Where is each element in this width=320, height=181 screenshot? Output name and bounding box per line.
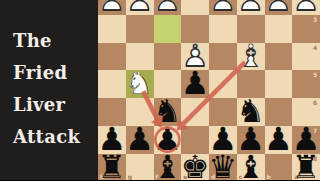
title-line-1: The bbox=[13, 25, 94, 57]
square-h4[interactable] bbox=[98, 43, 126, 71]
piece-white-pawn-f2[interactable]: ♟♙ bbox=[154, 0, 182, 15]
rank-label-4: 4 bbox=[313, 45, 317, 51]
piece-black-pawn-e5[interactable]: ♟ bbox=[181, 70, 209, 98]
square-e2[interactable] bbox=[181, 0, 209, 15]
square-d5[interactable] bbox=[209, 70, 237, 98]
piece-black-king-e8[interactable]: ♚ bbox=[181, 154, 209, 181]
rank-label-6: 6 bbox=[313, 100, 317, 106]
piece-white-pawn-b2[interactable]: ♟♙ bbox=[265, 0, 293, 15]
title-line-4: Attack bbox=[13, 121, 94, 153]
square-b4[interactable] bbox=[265, 43, 293, 71]
piece-white-bishop-c4[interactable]: ♝♗ bbox=[237, 43, 265, 71]
piece-black-rook-a8[interactable]: ♜ bbox=[292, 154, 320, 181]
square-f4[interactable] bbox=[154, 43, 182, 71]
piece-white-knight-g5[interactable]: ♞♘ bbox=[126, 70, 154, 98]
piece-black-rook-h8[interactable]: ♜ bbox=[98, 154, 126, 181]
thumbnail-canvas: The Fried Liver Attack 345678hgfedcba♟♙♟… bbox=[0, 0, 320, 180]
title-line-3: Liver bbox=[13, 89, 94, 121]
file-label-b: b bbox=[267, 174, 271, 180]
square-d4[interactable] bbox=[209, 43, 237, 71]
piece-black-queen-d8[interactable]: ♛ bbox=[209, 154, 237, 181]
piece-white-pawn-g2[interactable]: ♟♙ bbox=[126, 0, 154, 15]
file-label-g: g bbox=[128, 174, 132, 180]
piece-black-bishop-f8[interactable]: ♝ bbox=[154, 154, 182, 181]
title-panel: The Fried Liver Attack bbox=[0, 0, 98, 180]
piece-black-bishop-c8[interactable]: ♝ bbox=[237, 154, 265, 181]
piece-white-pawn-h2[interactable]: ♟♙ bbox=[98, 0, 126, 15]
piece-white-pawn-a2[interactable]: ♟♙ bbox=[292, 0, 320, 15]
piece-white-pawn-d2[interactable]: ♟♙ bbox=[209, 0, 237, 15]
square-h5[interactable] bbox=[98, 70, 126, 98]
piece-white-pawn-c2[interactable]: ♟♙ bbox=[237, 0, 265, 15]
title-line-2: Fried bbox=[13, 57, 94, 89]
piece-black-pawn-g7[interactable]: ♟ bbox=[126, 126, 154, 154]
piece-black-pawn-b7[interactable]: ♟ bbox=[265, 126, 293, 154]
square-b5[interactable] bbox=[265, 70, 293, 98]
rank-label-5: 5 bbox=[313, 72, 317, 78]
square-e6[interactable] bbox=[181, 98, 209, 126]
chess-board[interactable]: 345678hgfedcba♟♙♟♙♟♙♟♙♟♙♟♙♟♙♟♙♝♗♞♘♟♞♞♟♟♟… bbox=[98, 0, 320, 180]
